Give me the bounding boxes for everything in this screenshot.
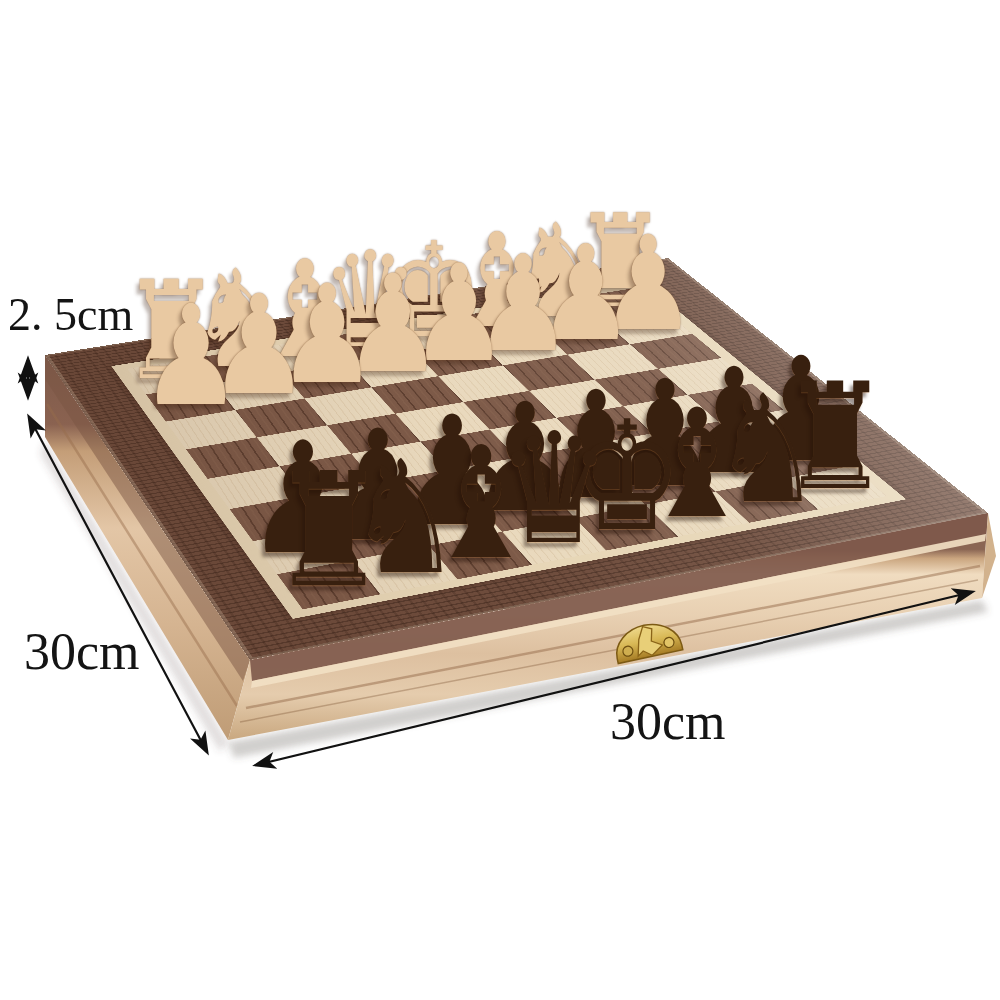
left-dimension-arrow — [29, 417, 207, 752]
bottom-dimension-label: 30cm — [610, 692, 726, 751]
product-photo-scene: ♜♞♝♚♛♝♞♜♟♟♟♟♟♟♟♟♟♟♟♟♟♟♟♟♜♞♝♚♛♝♞♜ 2. 5cm … — [0, 0, 1000, 1000]
left-dimension-label: 30cm — [24, 622, 140, 681]
height-dimension-label: 2. 5cm — [8, 288, 133, 341]
dimension-arrows — [0, 0, 1000, 1000]
